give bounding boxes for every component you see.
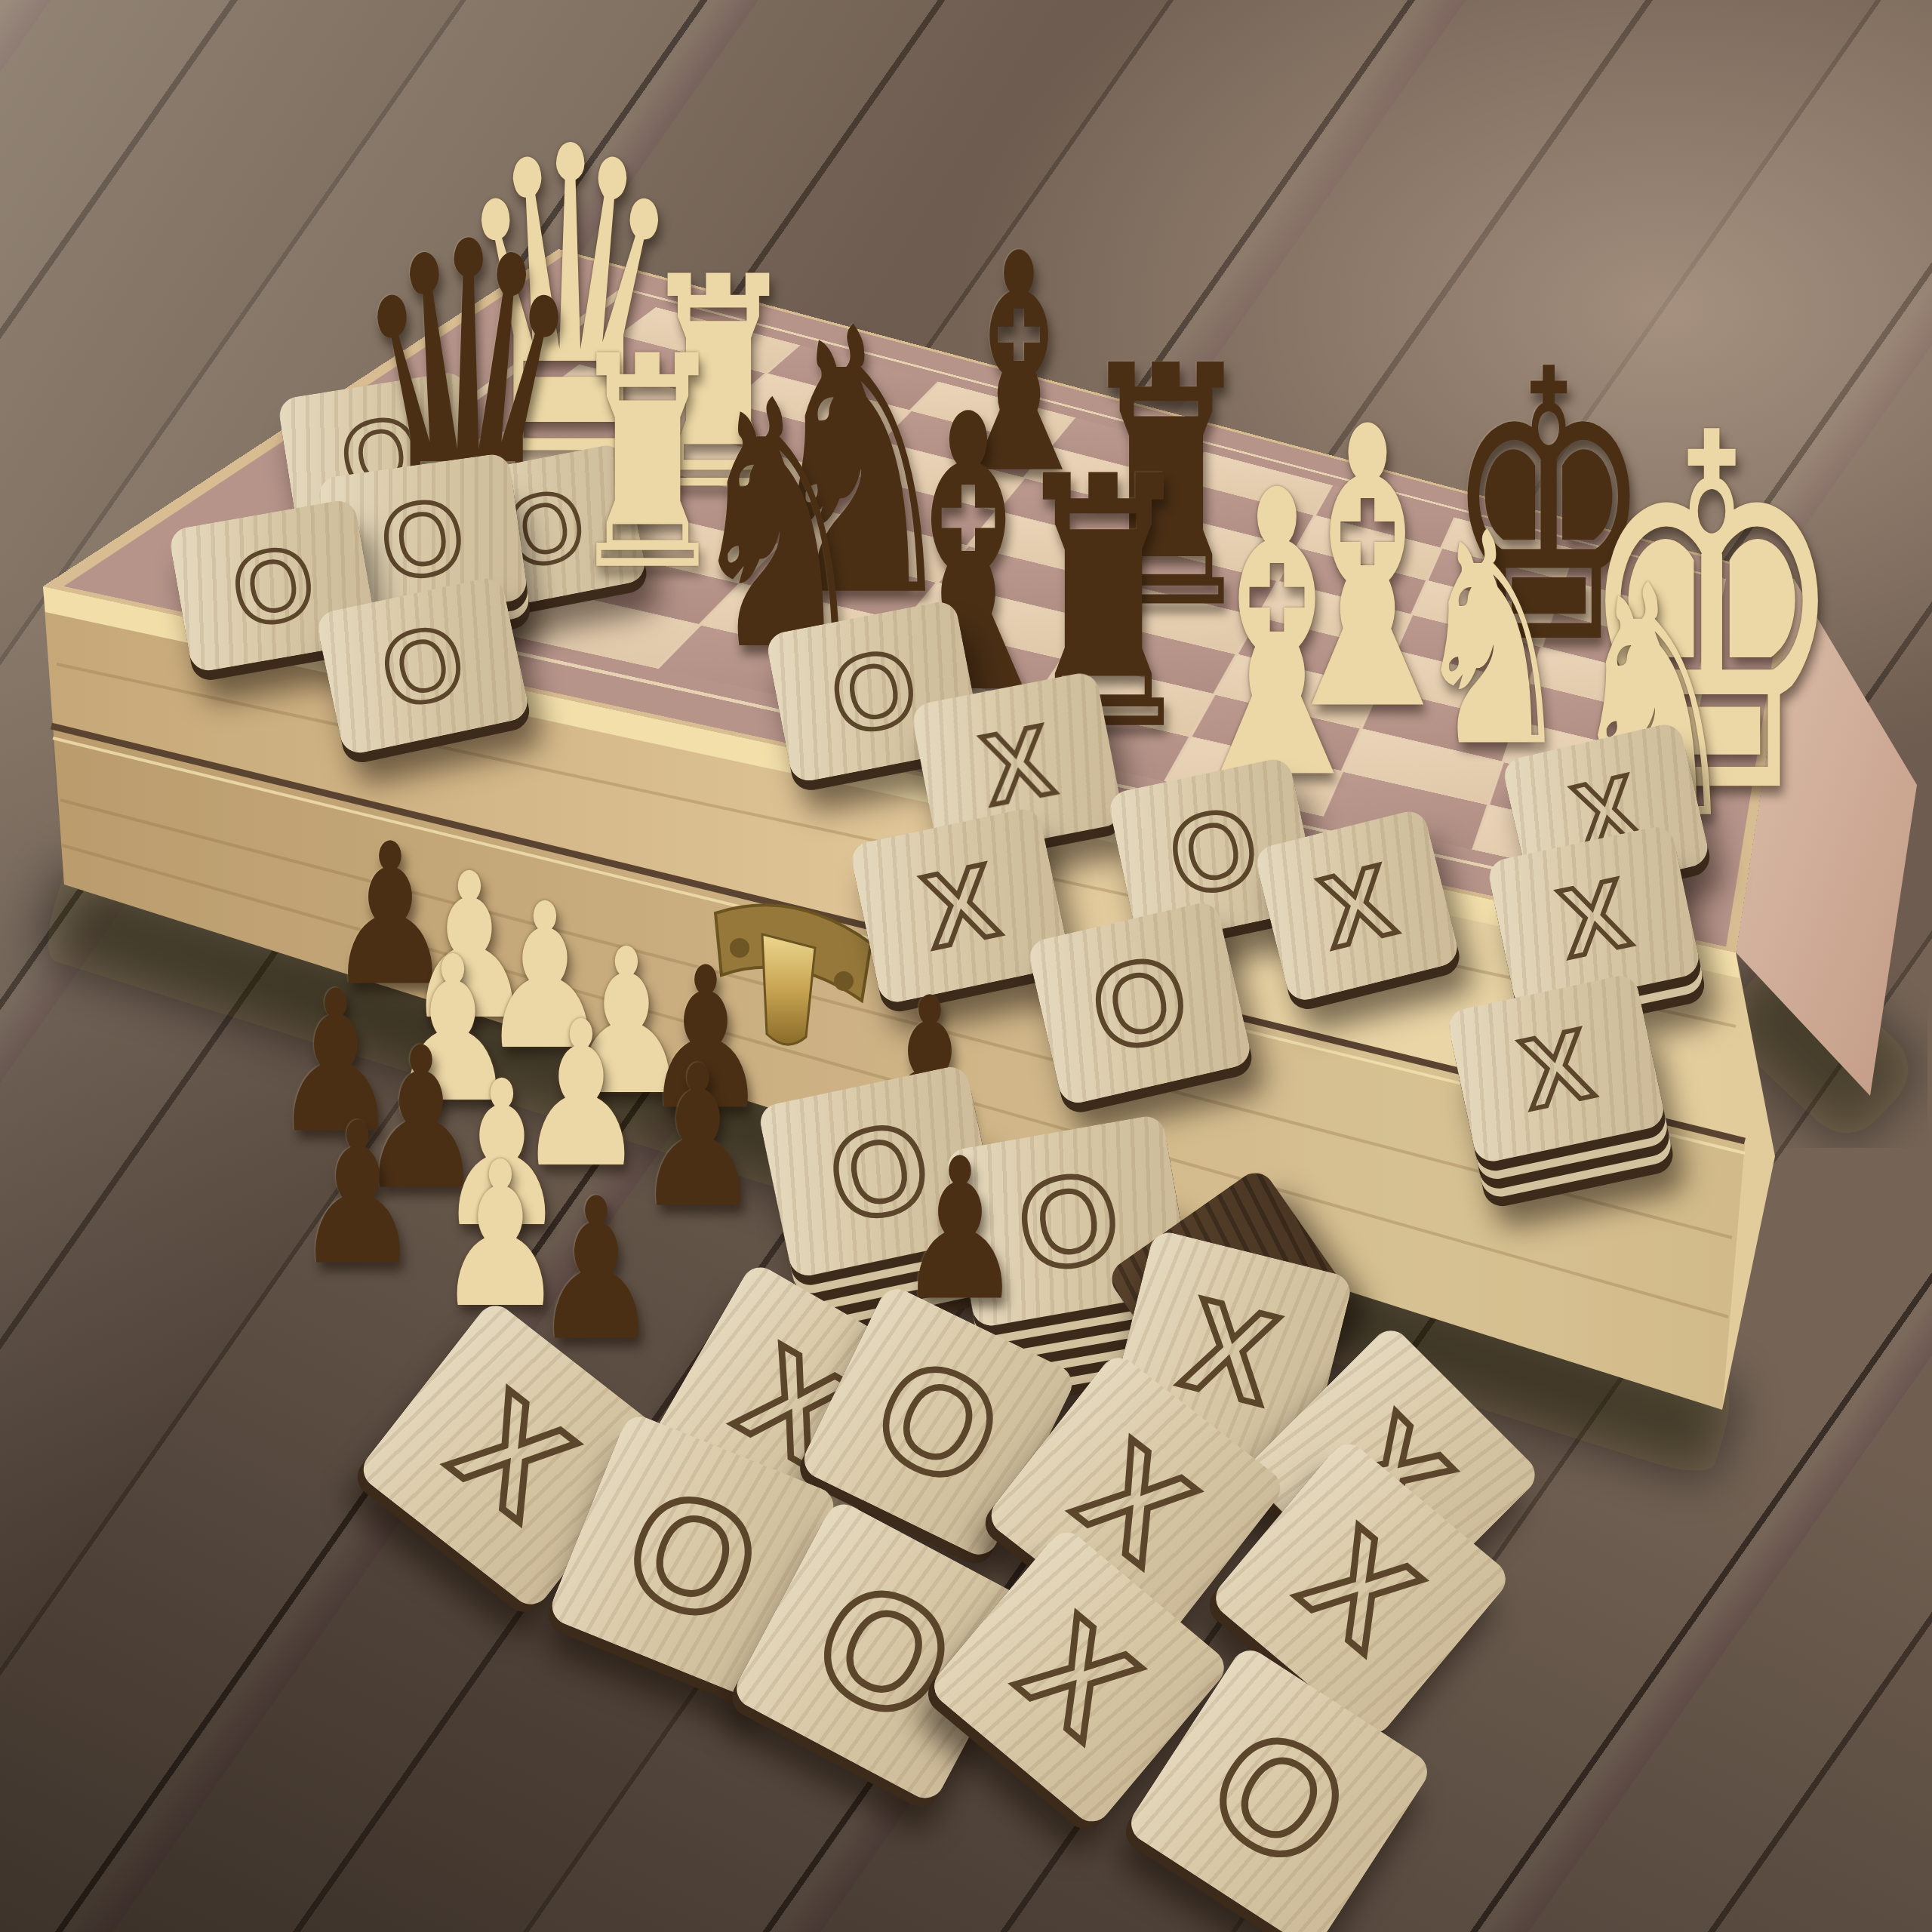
svg-text:O: O (1008, 1143, 1129, 1299)
svg-text:O: O (823, 626, 926, 758)
svg-text:X: X (914, 841, 1006, 970)
svg-text:X: X (1551, 858, 1637, 978)
svg-text:X: X (427, 1364, 599, 1547)
svg-text:O: O (372, 602, 472, 729)
clasp-screw-right (834, 971, 854, 991)
clasp-hook (762, 934, 815, 1044)
svg-text:O: O (852, 1324, 1024, 1520)
chess-piece-light-knight[interactable]: ♞ (1411, 494, 1574, 787)
svg-text:O: O (225, 523, 322, 648)
chess-pawn-dark[interactable]: ♟ (294, 1097, 420, 1292)
chess-pawn-dark[interactable]: ♟ (533, 1172, 659, 1367)
svg-text:X: X (995, 1589, 1164, 1765)
svg-text:O: O (1181, 1692, 1377, 1903)
svg-text:X: X (974, 703, 1060, 825)
svg-text:X: X (1512, 1008, 1601, 1130)
svg-text:O: O (375, 476, 471, 601)
scene: ♛♛♜♜♞♞♝♝♜♜♝♝♚♞♞♚♟♟♟♟♟♟♟♟♟♟♟♟♟♟♟♟OOOOOOXO… (0, 0, 1932, 1932)
svg-text:X: X (1310, 842, 1403, 968)
svg-text:O: O (789, 1545, 980, 1758)
svg-text:X: X (1276, 1500, 1445, 1677)
svg-text:O: O (1081, 929, 1199, 1078)
svg-text:O: O (605, 1453, 782, 1659)
